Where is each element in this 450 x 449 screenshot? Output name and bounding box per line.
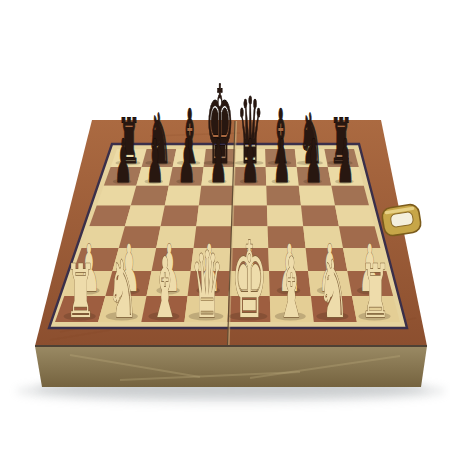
piece-black-pawn-f7: ♟ [273, 127, 290, 197]
square-c5 [161, 206, 199, 227]
piece-black-pawn-d7: ♟ [210, 127, 227, 197]
piece-white-bishop-c1: ♝ [151, 239, 180, 337]
piece-white-bishop-f1: ♝ [277, 239, 306, 337]
piece-black-pawn-h7: ♟ [337, 127, 354, 197]
piece-white-rook-a1: ♜ [66, 249, 96, 334]
piece-white-rook-h1: ♜ [361, 249, 391, 334]
piece-black-pawn-g7: ♟ [305, 127, 322, 197]
piece-white-king-e1: ♚ [231, 219, 267, 342]
piece-black-pawn-a7: ♟ [114, 127, 131, 197]
piece-black-pawn-e7: ♟ [241, 127, 258, 197]
piece-black-pawn-c7: ♟ [178, 127, 195, 197]
square-g5 [301, 206, 339, 227]
brass-clasp [381, 203, 422, 236]
square-d5 [196, 206, 233, 227]
piece-black-pawn-b7: ♟ [146, 127, 163, 197]
piece-white-queen-d1: ♛ [191, 231, 223, 338]
square-h5 [335, 206, 375, 227]
piece-white-knight-g1: ♞ [318, 244, 348, 335]
square-f5 [267, 206, 303, 227]
product-photo: ♜♞♝♚♛♝♞♜♟♟♟♟♟♟♟♟♟♟♟♟♟♟♟♟♜♞♝♛♚♝♞♜ [0, 0, 450, 449]
chess-set: ♜♞♝♚♛♝♞♜♟♟♟♟♟♟♟♟♟♟♟♟♟♟♟♟♜♞♝♛♚♝♞♜ [0, 0, 450, 449]
square-b5 [125, 206, 165, 227]
piece-white-knight-b1: ♞ [108, 244, 138, 335]
box-side-panel [35, 346, 427, 387]
